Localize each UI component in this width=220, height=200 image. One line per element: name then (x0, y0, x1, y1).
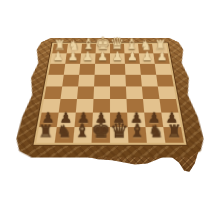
square-a4 (156, 75, 174, 87)
square-f2 (80, 53, 95, 63)
square-b5 (142, 86, 160, 99)
square-c7 (127, 113, 145, 128)
square-f1 (81, 44, 96, 54)
chess-board (34, 43, 187, 145)
square-h3 (48, 64, 65, 75)
square-d1 (110, 44, 124, 54)
product-photo-chess-set[interactable]: Handmade carved wooden chess box with tu… (0, 0, 220, 200)
square-g6 (59, 99, 77, 113)
square-h8 (36, 127, 57, 143)
square-f8 (73, 127, 92, 143)
square-f4 (78, 75, 94, 87)
square-g3 (64, 64, 80, 75)
square-b7 (144, 113, 163, 128)
square-d5 (110, 86, 126, 99)
square-e8 (92, 127, 110, 143)
square-f6 (76, 99, 94, 113)
square-b8 (145, 127, 165, 143)
chess-box: ♜♞♝♚♛♝♞♜♟♟♟♟♟♟♟♟♟♟♟♟♟♟♟♟♜♞♝♚♛♝♞♜ (12, 38, 208, 158)
square-c5 (126, 86, 143, 99)
square-h7 (39, 113, 59, 128)
square-e5 (94, 86, 110, 99)
square-g7 (57, 113, 76, 128)
square-c4 (125, 75, 141, 87)
square-g2 (65, 53, 81, 63)
square-f7 (75, 113, 93, 128)
square-e7 (92, 113, 110, 128)
board-frame (12, 38, 208, 158)
square-c2 (124, 53, 139, 63)
square-b2 (139, 53, 155, 63)
square-d2 (110, 53, 125, 63)
square-a2 (153, 53, 169, 63)
square-h4 (46, 75, 64, 87)
square-c8 (128, 127, 147, 143)
square-a6 (159, 99, 178, 113)
square-g1 (67, 44, 82, 54)
square-g8 (55, 127, 75, 143)
square-a5 (158, 86, 176, 99)
square-g5 (61, 86, 79, 99)
square-c1 (124, 44, 139, 54)
square-d7 (110, 113, 128, 128)
square-b1 (138, 44, 153, 54)
square-e1 (96, 44, 110, 54)
square-a7 (161, 113, 181, 128)
square-d8 (110, 127, 128, 143)
square-d3 (110, 64, 125, 75)
square-g4 (62, 75, 79, 87)
square-a1 (152, 44, 168, 54)
square-e2 (95, 53, 110, 63)
square-d4 (110, 75, 126, 87)
square-a3 (155, 64, 172, 75)
square-e4 (94, 75, 110, 87)
square-e3 (95, 64, 110, 75)
square-f3 (79, 64, 95, 75)
square-b4 (141, 75, 158, 87)
square-b6 (143, 99, 161, 113)
square-h6 (42, 99, 61, 113)
square-a8 (163, 127, 184, 143)
square-c6 (126, 99, 144, 113)
square-h2 (50, 53, 66, 63)
square-h1 (52, 44, 68, 54)
square-c3 (125, 64, 141, 75)
square-h5 (44, 86, 62, 99)
square-d6 (110, 99, 127, 113)
square-b3 (140, 64, 156, 75)
square-f5 (77, 86, 94, 99)
square-e6 (93, 99, 110, 113)
